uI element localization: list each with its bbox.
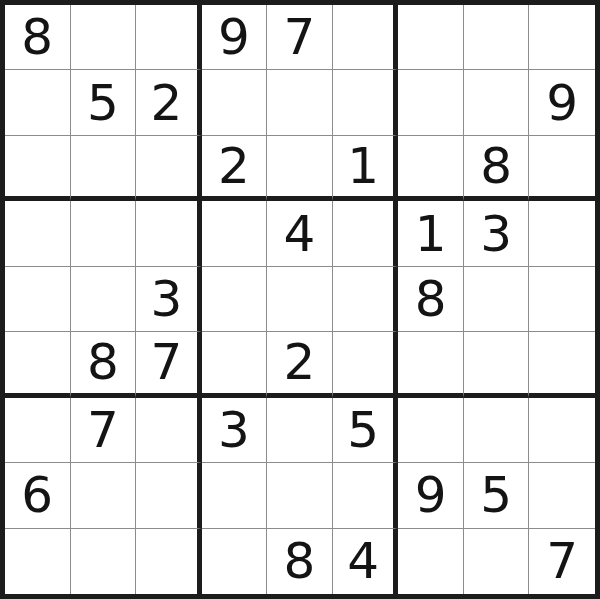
sudoku-cell[interactable]: 8 (5, 5, 71, 70)
sudoku-cell[interactable] (464, 267, 530, 332)
sudoku-cell[interactable]: 4 (267, 201, 333, 266)
sudoku-cell[interactable] (5, 70, 71, 135)
sudoku-cell[interactable] (136, 463, 202, 528)
sudoku-cell[interactable] (5, 267, 71, 332)
sudoku-cell[interactable]: 9 (529, 70, 595, 135)
sudoku-cell[interactable]: 3 (464, 201, 530, 266)
sudoku-cell[interactable] (202, 463, 268, 528)
sudoku-cell[interactable]: 2 (202, 136, 268, 201)
sudoku-cell[interactable]: 5 (71, 70, 137, 135)
sudoku-cell[interactable] (267, 267, 333, 332)
sudoku-cell[interactable]: 2 (267, 332, 333, 397)
sudoku-cell[interactable] (529, 332, 595, 397)
sudoku-cell[interactable] (333, 201, 399, 266)
sudoku-cell[interactable]: 1 (333, 136, 399, 201)
sudoku-cell[interactable] (333, 332, 399, 397)
sudoku-cell[interactable]: 8 (71, 332, 137, 397)
sudoku-cell[interactable]: 7 (529, 529, 595, 594)
sudoku-cell[interactable] (5, 332, 71, 397)
sudoku-cell[interactable]: 3 (202, 398, 268, 463)
sudoku-cell[interactable]: 9 (202, 5, 268, 70)
sudoku-cell[interactable] (136, 136, 202, 201)
sudoku-cell[interactable] (398, 5, 464, 70)
sudoku-cell[interactable] (202, 70, 268, 135)
sudoku-cell[interactable] (5, 201, 71, 266)
sudoku-cell[interactable] (202, 529, 268, 594)
sudoku-cell[interactable] (464, 332, 530, 397)
sudoku-cell[interactable] (136, 398, 202, 463)
sudoku-cell[interactable] (136, 5, 202, 70)
sudoku-cell[interactable] (202, 332, 268, 397)
sudoku-cell[interactable]: 7 (136, 332, 202, 397)
sudoku-cell[interactable]: 8 (267, 529, 333, 594)
sudoku-cell[interactable] (529, 5, 595, 70)
sudoku-cell[interactable] (398, 529, 464, 594)
sudoku-cell[interactable] (267, 136, 333, 201)
sudoku-cell[interactable] (529, 267, 595, 332)
sudoku-cell[interactable]: 5 (333, 398, 399, 463)
sudoku-cell[interactable] (71, 201, 137, 266)
sudoku-cell[interactable]: 8 (398, 267, 464, 332)
sudoku-cell[interactable] (398, 136, 464, 201)
sudoku-cell[interactable]: 4 (333, 529, 399, 594)
sudoku-cell[interactable] (398, 398, 464, 463)
sudoku-cell[interactable] (464, 398, 530, 463)
sudoku-cell[interactable] (71, 136, 137, 201)
sudoku-cell[interactable] (529, 201, 595, 266)
sudoku-cell[interactable]: 9 (398, 463, 464, 528)
sudoku-cell[interactable]: 5 (464, 463, 530, 528)
sudoku-cell[interactable]: 3 (136, 267, 202, 332)
sudoku-board: 89752921841338872735695847 (0, 0, 600, 599)
sudoku-cell[interactable]: 8 (464, 136, 530, 201)
sudoku-cell[interactable] (267, 70, 333, 135)
sudoku-cell[interactable] (464, 5, 530, 70)
sudoku-cell[interactable] (529, 398, 595, 463)
sudoku-cell[interactable] (136, 529, 202, 594)
sudoku-cell[interactable] (464, 529, 530, 594)
sudoku-cell[interactable] (398, 332, 464, 397)
sudoku-cell[interactable] (333, 463, 399, 528)
sudoku-cell[interactable] (529, 463, 595, 528)
sudoku-cell[interactable] (71, 529, 137, 594)
sudoku-cell[interactable] (71, 5, 137, 70)
sudoku-cell[interactable]: 2 (136, 70, 202, 135)
sudoku-cell[interactable] (202, 201, 268, 266)
sudoku-cell[interactable] (398, 70, 464, 135)
sudoku-cell[interactable]: 7 (71, 398, 137, 463)
sudoku-cell[interactable] (71, 463, 137, 528)
sudoku-cell[interactable] (333, 267, 399, 332)
sudoku-cell[interactable] (267, 463, 333, 528)
sudoku-cell[interactable]: 6 (5, 463, 71, 528)
sudoku-cell[interactable] (5, 529, 71, 594)
sudoku-cell[interactable] (136, 201, 202, 266)
sudoku-cell[interactable] (71, 267, 137, 332)
sudoku-cell[interactable] (5, 136, 71, 201)
sudoku-cell[interactable] (333, 70, 399, 135)
sudoku-cell[interactable] (202, 267, 268, 332)
sudoku-cell[interactable]: 7 (267, 5, 333, 70)
sudoku-cell[interactable] (529, 136, 595, 201)
sudoku-cell[interactable] (5, 398, 71, 463)
sudoku-cell[interactable]: 1 (398, 201, 464, 266)
sudoku-cell[interactable] (464, 70, 530, 135)
sudoku-cell[interactable] (267, 398, 333, 463)
sudoku-cell[interactable] (333, 5, 399, 70)
